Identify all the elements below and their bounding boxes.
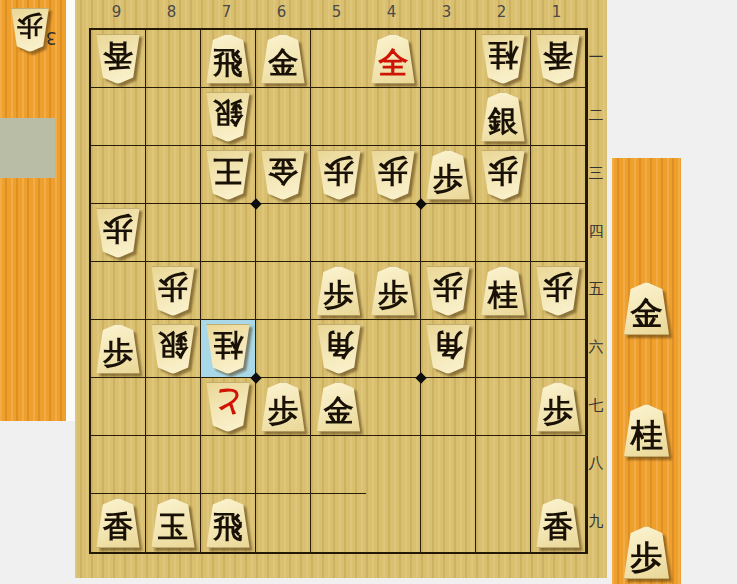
square-38[interactable] bbox=[421, 436, 476, 494]
square-35[interactable]: 歩 bbox=[421, 262, 476, 320]
file-label-6: 6 bbox=[254, 3, 309, 25]
square-41[interactable]: 全 bbox=[366, 30, 421, 88]
square-85[interactable]: 歩 bbox=[146, 262, 201, 320]
sente-hand-knight[interactable]: 桂 bbox=[623, 404, 671, 457]
piece-sente-歩-67[interactable]: 歩 bbox=[260, 382, 306, 432]
square-92[interactable] bbox=[91, 88, 146, 146]
piece-sente-銀-22[interactable]: 銀 bbox=[480, 92, 526, 142]
piece-glyph: 桂 bbox=[488, 272, 518, 310]
piece-sente-歩-33[interactable]: 歩 bbox=[425, 150, 471, 200]
square-71[interactable]: 飛 bbox=[201, 30, 256, 88]
square-34[interactable] bbox=[421, 204, 476, 262]
square-44[interactable] bbox=[366, 204, 421, 262]
square-52[interactable] bbox=[311, 88, 366, 146]
piece-sente-香-19[interactable]: 香 bbox=[535, 498, 581, 548]
square-94[interactable]: 歩 bbox=[91, 204, 146, 262]
square-79[interactable]: 飛 bbox=[201, 494, 256, 552]
piece-glyph: 金 bbox=[268, 40, 298, 78]
piece-glyph: 香 bbox=[543, 40, 573, 78]
gote-hand-pawn-glyph: 歩 bbox=[17, 13, 43, 47]
piece-sente-金-57[interactable]: 金 bbox=[316, 382, 362, 432]
rank-label-6: 六 bbox=[586, 318, 606, 376]
piece-sente-全-41[interactable]: 全 bbox=[370, 34, 416, 84]
piece-glyph: 歩 bbox=[378, 156, 408, 194]
square-82[interactable] bbox=[146, 88, 201, 146]
square-96[interactable]: 歩 bbox=[91, 320, 146, 378]
piece-gote-銀-72[interactable]: 銀 bbox=[205, 92, 251, 142]
square-67[interactable]: 歩 bbox=[256, 378, 311, 436]
square-39[interactable] bbox=[421, 494, 476, 552]
square-91[interactable]: 香 bbox=[91, 30, 146, 88]
square-54[interactable] bbox=[311, 204, 366, 262]
piece-gote-歩-23[interactable]: 歩 bbox=[480, 150, 526, 200]
piece-sente-歩-55[interactable]: 歩 bbox=[316, 266, 362, 316]
square-87[interactable] bbox=[146, 378, 201, 436]
rank-labels: 一二三四五六七八九 bbox=[586, 28, 606, 550]
sente-hand-tray: 金 桂 歩 bbox=[612, 158, 681, 584]
gote-hand-pawn[interactable]: 歩 bbox=[10, 8, 50, 52]
square-58[interactable] bbox=[311, 436, 366, 494]
piece-gote-桂-21[interactable]: 桂 bbox=[480, 34, 526, 84]
sente-hand-knight-glyph: 桂 bbox=[631, 411, 663, 451]
square-32[interactable] bbox=[421, 88, 476, 146]
square-98[interactable] bbox=[91, 436, 146, 494]
square-19[interactable]: 香 bbox=[531, 494, 586, 552]
square-73[interactable]: 王 bbox=[201, 146, 256, 204]
piece-glyph: 歩 bbox=[103, 330, 133, 368]
piece-gote-歩-53[interactable]: 歩 bbox=[316, 150, 362, 200]
tray-edge-strip bbox=[66, 0, 75, 421]
piece-glyph: と bbox=[213, 388, 244, 426]
piece-sente-香-99[interactable]: 香 bbox=[95, 498, 141, 548]
square-84[interactable] bbox=[146, 204, 201, 262]
square-28[interactable] bbox=[476, 436, 531, 494]
square-53[interactable]: 歩 bbox=[311, 146, 366, 204]
rank-label-8: 八 bbox=[586, 434, 606, 492]
rank-label-4: 四 bbox=[586, 202, 606, 260]
piece-glyph: 歩 bbox=[433, 272, 463, 310]
square-86[interactable]: 銀 bbox=[146, 320, 201, 378]
square-16[interactable] bbox=[531, 320, 586, 378]
piece-glyph: 歩 bbox=[543, 272, 573, 310]
square-24[interactable] bbox=[476, 204, 531, 262]
piece-glyph: 角 bbox=[324, 330, 354, 368]
square-77[interactable]: と bbox=[201, 378, 256, 436]
piece-gote-角-36[interactable]: 角 bbox=[425, 324, 471, 374]
file-label-1: 1 bbox=[529, 3, 584, 25]
rank-label-7: 七 bbox=[586, 376, 606, 434]
piece-sente-歩-96[interactable]: 歩 bbox=[95, 324, 141, 374]
piece-glyph: 香 bbox=[543, 504, 573, 542]
square-31[interactable] bbox=[421, 30, 476, 88]
square-42[interactable] bbox=[366, 88, 421, 146]
piece-sente-歩-45[interactable]: 歩 bbox=[370, 266, 416, 316]
square-59[interactable] bbox=[311, 494, 366, 552]
piece-sente-金-61[interactable]: 金 bbox=[260, 34, 306, 84]
square-45[interactable]: 歩 bbox=[366, 262, 421, 320]
square-27[interactable] bbox=[476, 378, 531, 436]
square-78[interactable] bbox=[201, 436, 256, 494]
square-72[interactable]: 銀 bbox=[201, 88, 256, 146]
square-46[interactable] bbox=[366, 320, 421, 378]
piece-glyph: 全 bbox=[378, 40, 408, 78]
square-88[interactable] bbox=[146, 436, 201, 494]
piece-glyph: 金 bbox=[324, 388, 354, 426]
square-47[interactable] bbox=[366, 378, 421, 436]
square-43[interactable]: 歩 bbox=[366, 146, 421, 204]
piece-glyph: 歩 bbox=[488, 156, 518, 194]
square-33[interactable]: 歩 bbox=[421, 146, 476, 204]
piece-glyph: 王 bbox=[213, 156, 243, 194]
square-14[interactable] bbox=[531, 204, 586, 262]
square-18[interactable] bbox=[531, 436, 586, 494]
piece-sente-桂-25[interactable]: 桂 bbox=[480, 266, 526, 316]
square-23[interactable]: 歩 bbox=[476, 146, 531, 204]
piece-gote-桂-76[interactable]: 桂 bbox=[205, 324, 251, 374]
square-75[interactable] bbox=[201, 262, 256, 320]
file-label-9: 9 bbox=[89, 3, 144, 25]
sente-hand-pawn-glyph: 歩 bbox=[631, 533, 663, 573]
square-51[interactable] bbox=[311, 30, 366, 88]
piece-glyph: 歩 bbox=[378, 272, 408, 310]
file-labels: 987654321 bbox=[89, 3, 584, 25]
square-55[interactable]: 歩 bbox=[311, 262, 366, 320]
square-12[interactable] bbox=[531, 88, 586, 146]
square-11[interactable]: 香 bbox=[531, 30, 586, 88]
square-15[interactable]: 歩 bbox=[531, 262, 586, 320]
square-61[interactable]: 金 bbox=[256, 30, 311, 88]
piece-glyph: 香 bbox=[103, 504, 133, 542]
shogi-app: 歩 3 987654321 香飛金全桂香銀銀王金歩歩歩歩歩歩歩歩歩桂歩歩銀桂角角… bbox=[0, 0, 737, 584]
square-56[interactable]: 角 bbox=[311, 320, 366, 378]
square-63[interactable]: 金 bbox=[256, 146, 311, 204]
square-95[interactable] bbox=[91, 262, 146, 320]
piece-glyph: 歩 bbox=[324, 272, 354, 310]
square-26[interactable] bbox=[476, 320, 531, 378]
piece-glyph: 歩 bbox=[324, 156, 354, 194]
square-81[interactable] bbox=[146, 30, 201, 88]
square-57[interactable]: 金 bbox=[311, 378, 366, 436]
square-76[interactable]: 桂 bbox=[201, 320, 256, 378]
piece-glyph: 銀 bbox=[488, 98, 518, 136]
square-74[interactable] bbox=[201, 204, 256, 262]
sente-hand-pawn[interactable]: 歩 bbox=[623, 526, 671, 579]
rank-label-2: 二 bbox=[586, 86, 606, 144]
file-label-4: 4 bbox=[364, 3, 419, 25]
piece-sente-飛-79[interactable]: 飛 bbox=[205, 498, 251, 548]
sente-hand-gold-glyph: 金 bbox=[631, 289, 663, 329]
piece-glyph: 角 bbox=[433, 330, 463, 368]
piece-gote-歩-35[interactable]: 歩 bbox=[425, 266, 471, 316]
piece-glyph: 香 bbox=[103, 40, 133, 78]
square-22[interactable]: 銀 bbox=[476, 88, 531, 146]
piece-glyph: 玉 bbox=[158, 504, 188, 542]
board-grid: 香飛金全桂香銀銀王金歩歩歩歩歩歩歩歩歩桂歩歩銀桂角角と歩金歩香玉飛香 bbox=[89, 28, 588, 554]
board-panel: 987654321 香飛金全桂香銀銀王金歩歩歩歩歩歩歩歩歩桂歩歩銀桂角角と歩金歩… bbox=[75, 0, 607, 578]
side-panel-rect bbox=[0, 118, 55, 178]
file-label-8: 8 bbox=[144, 3, 199, 25]
piece-gote-金-63[interactable]: 金 bbox=[260, 150, 306, 200]
square-93[interactable] bbox=[91, 146, 146, 204]
piece-glyph: 歩 bbox=[433, 156, 463, 194]
file-label-5: 5 bbox=[309, 3, 364, 25]
rank-label-1: 一 bbox=[586, 28, 606, 86]
square-49[interactable] bbox=[366, 494, 421, 552]
square-83[interactable] bbox=[146, 146, 201, 204]
piece-glyph: 金 bbox=[268, 156, 298, 194]
file-label-7: 7 bbox=[199, 3, 254, 25]
file-label-3: 3 bbox=[419, 3, 474, 25]
piece-gote-と-77[interactable]: と bbox=[205, 382, 251, 432]
sente-hand-gold[interactable]: 金 bbox=[623, 282, 671, 335]
piece-gote-歩-94[interactable]: 歩 bbox=[95, 208, 141, 258]
piece-glyph: 歩 bbox=[158, 272, 188, 310]
piece-gote-香-11[interactable]: 香 bbox=[535, 34, 581, 84]
piece-sente-玉-89[interactable]: 玉 bbox=[150, 498, 196, 548]
square-64[interactable] bbox=[256, 204, 311, 262]
piece-glyph: 飛 bbox=[213, 504, 243, 542]
gote-hand-tray: 歩 3 bbox=[0, 0, 66, 421]
square-66[interactable] bbox=[256, 320, 311, 378]
square-48[interactable] bbox=[366, 436, 421, 494]
rank-label-9: 九 bbox=[586, 492, 606, 550]
piece-glyph: 銀 bbox=[158, 330, 188, 368]
rank-label-5: 五 bbox=[586, 260, 606, 318]
rank-label-3: 三 bbox=[586, 144, 606, 202]
square-62[interactable] bbox=[256, 88, 311, 146]
piece-glyph: 飛 bbox=[213, 40, 243, 78]
square-69[interactable] bbox=[256, 494, 311, 552]
piece-gote-王-73[interactable]: 王 bbox=[205, 150, 251, 200]
piece-glyph: 銀 bbox=[213, 98, 243, 136]
square-29[interactable] bbox=[476, 494, 531, 552]
square-21[interactable]: 桂 bbox=[476, 30, 531, 88]
piece-gote-銀-86[interactable]: 銀 bbox=[150, 324, 196, 374]
square-97[interactable] bbox=[91, 378, 146, 436]
square-17[interactable]: 歩 bbox=[531, 378, 586, 436]
piece-sente-歩-17[interactable]: 歩 bbox=[535, 382, 581, 432]
square-65[interactable] bbox=[256, 262, 311, 320]
piece-gote-香-91[interactable]: 香 bbox=[95, 34, 141, 84]
gote-hand-pawn-count: 3 bbox=[46, 28, 57, 48]
piece-gote-歩-85[interactable]: 歩 bbox=[150, 266, 196, 316]
piece-gote-歩-43[interactable]: 歩 bbox=[370, 150, 416, 200]
piece-glyph: 桂 bbox=[213, 330, 243, 368]
piece-glyph: 歩 bbox=[103, 214, 133, 252]
piece-gote-歩-15[interactable]: 歩 bbox=[535, 266, 581, 316]
piece-glyph: 歩 bbox=[268, 388, 298, 426]
piece-gote-角-56[interactable]: 角 bbox=[316, 324, 362, 374]
square-37[interactable] bbox=[421, 378, 476, 436]
square-89[interactable]: 玉 bbox=[146, 494, 201, 552]
square-13[interactable] bbox=[531, 146, 586, 204]
piece-glyph: 桂 bbox=[488, 40, 518, 78]
square-36[interactable]: 角 bbox=[421, 320, 476, 378]
piece-sente-飛-71[interactable]: 飛 bbox=[205, 34, 251, 84]
piece-glyph: 歩 bbox=[543, 388, 573, 426]
square-68[interactable] bbox=[256, 436, 311, 494]
square-25[interactable]: 桂 bbox=[476, 262, 531, 320]
file-label-2: 2 bbox=[474, 3, 529, 25]
square-99[interactable]: 香 bbox=[91, 494, 146, 552]
